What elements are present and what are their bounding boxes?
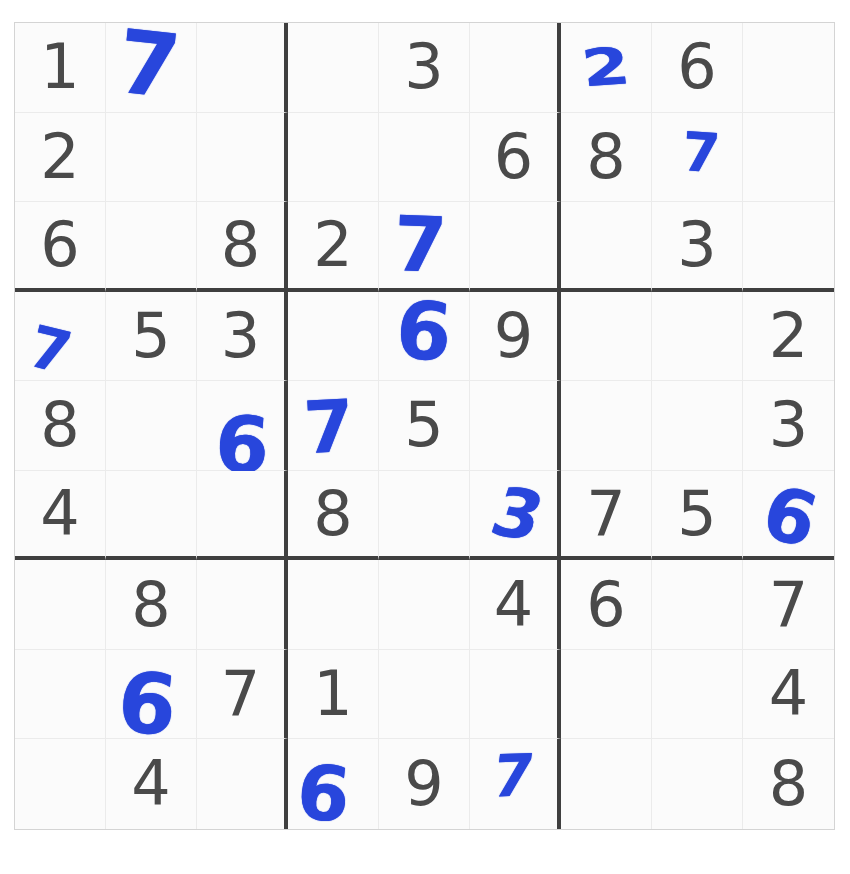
sudoku-cell-empty[interactable] <box>106 381 197 471</box>
sudoku-cell-empty[interactable] <box>197 739 288 829</box>
sudoku-cell-given-5[interactable]: 5 <box>652 471 743 561</box>
sudoku-cell-empty[interactable] <box>652 381 743 471</box>
sudoku-cell-empty[interactable] <box>106 202 197 292</box>
sudoku-cell-given-5[interactable]: 5 <box>379 381 470 471</box>
sudoku-cell-given-8[interactable]: 8 <box>561 113 652 203</box>
sudoku-cell-pen-2[interactable]: 2 <box>561 23 652 113</box>
sudoku-cell-pen-6[interactable]: 6 <box>197 381 288 471</box>
sudoku-cell-given-1[interactable]: 1 <box>288 650 379 740</box>
sudoku-cell-empty[interactable] <box>288 113 379 203</box>
sudoku-cell-empty[interactable] <box>743 113 834 203</box>
page: 1732626876827375369286753483756846767144… <box>0 0 850 874</box>
given-digit: 3 <box>404 36 443 98</box>
sudoku-cell-empty[interactable] <box>379 650 470 740</box>
sudoku-cell-given-2[interactable]: 2 <box>743 292 834 382</box>
sudoku-cell-empty[interactable] <box>106 113 197 203</box>
sudoku-cell-pen-7[interactable]: 7 <box>106 23 197 113</box>
sudoku-cell-pen-7[interactable]: 7 <box>652 113 743 203</box>
sudoku-cell-given-7[interactable]: 7 <box>561 471 652 561</box>
given-digit: 6 <box>494 126 533 188</box>
sudoku-cell-given-7[interactable]: 7 <box>743 560 834 650</box>
pen-digit: 3 <box>484 477 552 551</box>
sudoku-cell-empty[interactable] <box>197 560 288 650</box>
sudoku-cell-empty[interactable] <box>652 560 743 650</box>
sudoku-cell-given-4[interactable]: 4 <box>15 471 106 561</box>
given-digit: 5 <box>404 394 443 456</box>
sudoku-cell-empty[interactable] <box>379 471 470 561</box>
given-digit: 8 <box>313 483 352 545</box>
sudoku-cell-given-8[interactable]: 8 <box>197 202 288 292</box>
given-digit: 4 <box>131 753 170 815</box>
sudoku-cell-empty[interactable] <box>470 202 561 292</box>
pen-digit: 2 <box>579 40 633 94</box>
sudoku-cell-empty[interactable] <box>743 202 834 292</box>
given-digit: 9 <box>494 305 533 367</box>
sudoku-cell-given-2[interactable]: 2 <box>288 202 379 292</box>
sudoku-cell-empty[interactable] <box>15 560 106 650</box>
sudoku-cell-empty[interactable] <box>288 23 379 113</box>
sudoku-cell-empty[interactable] <box>288 292 379 382</box>
sudoku-cell-empty[interactable] <box>470 23 561 113</box>
given-digit: 9 <box>404 753 443 815</box>
given-digit: 6 <box>586 574 625 636</box>
sudoku-cell-given-9[interactable]: 9 <box>470 292 561 382</box>
sudoku-cell-pen-7[interactable]: 7 <box>470 739 561 829</box>
given-digit: 4 <box>769 663 808 725</box>
sudoku-cell-given-7[interactable]: 7 <box>197 650 288 740</box>
sudoku-cell-given-8[interactable]: 8 <box>15 381 106 471</box>
given-digit: 2 <box>769 305 808 367</box>
given-digit: 8 <box>221 214 260 276</box>
sudoku-cell-given-1[interactable]: 1 <box>15 23 106 113</box>
sudoku-cell-empty[interactable] <box>106 471 197 561</box>
pen-digit: 7 <box>302 390 356 465</box>
sudoku-cell-empty[interactable] <box>470 650 561 740</box>
sudoku-cell-empty[interactable] <box>561 202 652 292</box>
given-digit: 1 <box>40 36 79 98</box>
sudoku-cell-given-5[interactable]: 5 <box>106 292 197 382</box>
given-digit: 7 <box>221 663 260 725</box>
given-digit: 8 <box>40 394 79 456</box>
sudoku-cell-pen-6[interactable]: 6 <box>743 471 834 561</box>
sudoku-cell-empty[interactable] <box>379 560 470 650</box>
given-digit: 5 <box>677 483 716 545</box>
sudoku-board: 1732626876827375369286753483756846767144… <box>14 22 835 830</box>
pen-digit: 6 <box>293 754 354 835</box>
sudoku-cell-given-4[interactable]: 4 <box>470 560 561 650</box>
pen-digit: 7 <box>114 18 184 112</box>
sudoku-cell-given-8[interactable]: 8 <box>106 560 197 650</box>
sudoku-cell-given-8[interactable]: 8 <box>288 471 379 561</box>
sudoku-cell-empty[interactable] <box>561 650 652 740</box>
sudoku-cell-empty[interactable] <box>197 23 288 113</box>
sudoku-cell-empty[interactable] <box>15 650 106 740</box>
sudoku-cell-given-3[interactable]: 3 <box>743 381 834 471</box>
sudoku-cell-pen-6[interactable]: 6 <box>106 650 197 740</box>
sudoku-cell-empty[interactable] <box>652 650 743 740</box>
given-digit: 1 <box>313 663 352 725</box>
sudoku-cell-given-4[interactable]: 4 <box>743 650 834 740</box>
sudoku-cell-given-9[interactable]: 9 <box>379 739 470 829</box>
sudoku-cell-given-6[interactable]: 6 <box>15 202 106 292</box>
pen-digit: 6 <box>393 290 455 375</box>
given-digit: 4 <box>40 483 79 545</box>
sudoku-cell-empty[interactable] <box>743 23 834 113</box>
sudoku-cell-pen-7[interactable]: 7 <box>288 381 379 471</box>
sudoku-cell-empty[interactable] <box>561 739 652 829</box>
sudoku-cell-pen-3[interactable]: 3 <box>470 471 561 561</box>
given-digit: 7 <box>586 483 625 545</box>
pen-digit: 7 <box>392 206 448 284</box>
given-digit: 2 <box>40 126 79 188</box>
sudoku-cell-pen-6[interactable]: 6 <box>288 739 379 829</box>
sudoku-cell-empty[interactable] <box>15 739 106 829</box>
sudoku-cell-given-6[interactable]: 6 <box>561 560 652 650</box>
sudoku-cell-empty[interactable] <box>470 381 561 471</box>
sudoku-cell-empty[interactable] <box>197 471 288 561</box>
given-digit: 5 <box>131 305 170 367</box>
given-digit: 7 <box>769 574 808 636</box>
sudoku-cell-empty[interactable] <box>652 292 743 382</box>
sudoku-cell-empty[interactable] <box>561 292 652 382</box>
sudoku-cell-given-3[interactable]: 3 <box>379 23 470 113</box>
given-digit: 6 <box>677 36 716 98</box>
sudoku-cell-given-8[interactable]: 8 <box>743 739 834 829</box>
sudoku-cell-pen-6[interactable]: 6 <box>379 292 470 382</box>
sudoku-cell-given-6[interactable]: 6 <box>652 23 743 113</box>
given-digit: 8 <box>131 574 170 636</box>
sudoku-cell-given-3[interactable]: 3 <box>652 202 743 292</box>
pen-digit: 6 <box>114 659 181 749</box>
sudoku-cell-pen-7[interactable]: 7 <box>379 202 470 292</box>
sudoku-cell-empty[interactable] <box>379 113 470 203</box>
given-digit: 8 <box>586 126 625 188</box>
given-digit: 4 <box>494 574 533 636</box>
sudoku-cell-empty[interactable] <box>652 739 743 829</box>
sudoku-cell-pen-7[interactable]: 7 <box>15 292 106 382</box>
given-digit: 3 <box>221 305 260 367</box>
given-digit: 3 <box>677 214 716 276</box>
sudoku-cell-given-3[interactable]: 3 <box>197 292 288 382</box>
pen-digit: 7 <box>23 317 76 383</box>
sudoku-cell-empty[interactable] <box>288 560 379 650</box>
given-digit: 6 <box>40 214 79 276</box>
given-digit: 8 <box>769 753 808 815</box>
pen-digit: 7 <box>489 746 538 806</box>
pen-digit: 7 <box>681 125 722 181</box>
given-digit: 3 <box>769 394 808 456</box>
sudoku-cell-empty[interactable] <box>197 113 288 203</box>
sudoku-cell-given-4[interactable]: 4 <box>106 739 197 829</box>
given-digit: 2 <box>313 214 352 276</box>
pen-digit: 6 <box>755 473 825 558</box>
sudoku-cell-given-2[interactable]: 2 <box>15 113 106 203</box>
sudoku-cell-given-6[interactable]: 6 <box>470 113 561 203</box>
sudoku-cell-empty[interactable] <box>561 381 652 471</box>
